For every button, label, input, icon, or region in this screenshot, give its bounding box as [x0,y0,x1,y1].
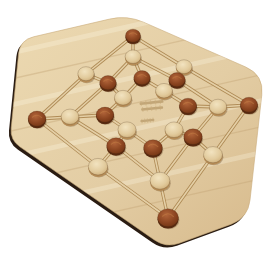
product-photo [0,0,280,280]
piece-O-SE[interactable] [204,147,224,166]
morris-board [0,0,280,280]
piece-M-SW[interactable] [107,138,127,157]
piece-O-S[interactable] [158,209,180,230]
piece-O-SW[interactable] [88,158,108,177]
piece-I-S[interactable] [144,140,164,159]
piece-M-S[interactable] [150,172,171,192]
